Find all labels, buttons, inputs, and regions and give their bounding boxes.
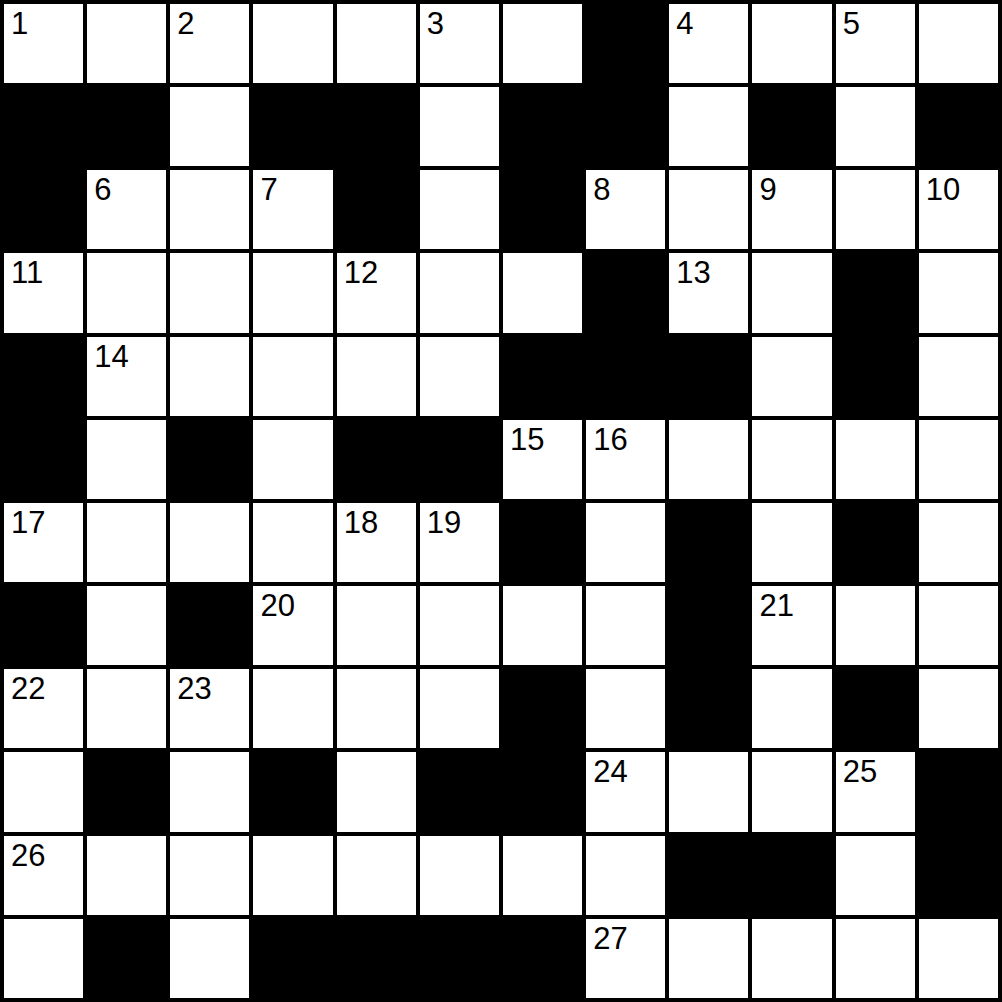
cell-r11c11[interactable] bbox=[917, 917, 1000, 1000]
black-cell-r4c8 bbox=[667, 335, 750, 418]
cell-r3c4[interactable]: 12 bbox=[335, 251, 418, 334]
black-cell-r1c11 bbox=[917, 85, 1000, 168]
cell-r4c5[interactable] bbox=[418, 335, 501, 418]
black-cell-r2c4 bbox=[335, 168, 418, 251]
cell-r6c7[interactable] bbox=[584, 501, 667, 584]
cell-r3c11[interactable] bbox=[917, 251, 1000, 334]
cell-r10c3[interactable] bbox=[251, 834, 334, 917]
black-cell-r9c5 bbox=[418, 750, 501, 833]
black-cell-r6c8 bbox=[667, 501, 750, 584]
cell-r0c3[interactable] bbox=[251, 2, 334, 85]
cell-r0c8[interactable]: 4 bbox=[667, 2, 750, 85]
black-cell-r5c4 bbox=[335, 418, 418, 501]
cell-r6c4[interactable]: 18 bbox=[335, 501, 418, 584]
black-cell-r1c0 bbox=[2, 85, 85, 168]
cell-r7c1[interactable] bbox=[85, 584, 168, 667]
cell-r5c10[interactable] bbox=[834, 418, 917, 501]
cell-r5c3[interactable] bbox=[251, 418, 334, 501]
black-cell-r7c2 bbox=[168, 584, 251, 667]
cell-r11c0[interactable] bbox=[2, 917, 85, 1000]
clue-number-2: 2 bbox=[177, 12, 194, 35]
black-cell-r9c11 bbox=[917, 750, 1000, 833]
black-cell-r10c9 bbox=[750, 834, 833, 917]
cell-r3c5[interactable] bbox=[418, 251, 501, 334]
black-cell-r11c1 bbox=[85, 917, 168, 1000]
clue-number-17: 17 bbox=[11, 511, 45, 534]
cell-r8c3[interactable] bbox=[251, 667, 334, 750]
clue-number-21: 21 bbox=[759, 594, 793, 617]
cell-r7c9[interactable]: 21 bbox=[750, 584, 833, 667]
black-cell-r2c6 bbox=[501, 168, 584, 251]
cell-r9c9[interactable] bbox=[750, 750, 833, 833]
clue-number-19: 19 bbox=[427, 511, 461, 534]
cell-r1c5[interactable] bbox=[418, 85, 501, 168]
cell-r2c3[interactable]: 7 bbox=[251, 168, 334, 251]
cell-r0c6[interactable] bbox=[501, 2, 584, 85]
cell-r6c1[interactable] bbox=[85, 501, 168, 584]
clue-number-20: 20 bbox=[260, 594, 294, 617]
cell-r2c10[interactable] bbox=[834, 168, 917, 251]
cell-r2c7[interactable]: 8 bbox=[584, 168, 667, 251]
cell-r2c5[interactable] bbox=[418, 168, 501, 251]
cell-r11c9[interactable] bbox=[750, 917, 833, 1000]
cell-r1c10[interactable] bbox=[834, 85, 917, 168]
black-cell-r10c11 bbox=[917, 834, 1000, 917]
black-cell-r3c10 bbox=[834, 251, 917, 334]
cell-r9c7[interactable]: 24 bbox=[584, 750, 667, 833]
cell-r5c8[interactable] bbox=[667, 418, 750, 501]
clue-number-22: 22 bbox=[11, 677, 45, 700]
clue-number-16: 16 bbox=[593, 428, 627, 451]
clue-number-11: 11 bbox=[11, 261, 43, 284]
cell-r10c5[interactable] bbox=[418, 834, 501, 917]
cell-r8c5[interactable] bbox=[418, 667, 501, 750]
black-cell-r4c0 bbox=[2, 335, 85, 418]
cell-r7c3[interactable]: 20 bbox=[251, 584, 334, 667]
cell-r7c5[interactable] bbox=[418, 584, 501, 667]
cell-r4c4[interactable] bbox=[335, 335, 418, 418]
cell-r3c9[interactable] bbox=[750, 251, 833, 334]
cell-r0c4[interactable] bbox=[335, 2, 418, 85]
cell-r9c8[interactable] bbox=[667, 750, 750, 833]
cell-r3c1[interactable] bbox=[85, 251, 168, 334]
cell-r3c3[interactable] bbox=[251, 251, 334, 334]
cell-r5c7[interactable]: 16 bbox=[584, 418, 667, 501]
black-cell-r1c1 bbox=[85, 85, 168, 168]
black-cell-r4c10 bbox=[834, 335, 917, 418]
clue-number-9: 9 bbox=[759, 178, 776, 201]
clue-number-12: 12 bbox=[344, 261, 378, 284]
cell-r5c11[interactable] bbox=[917, 418, 1000, 501]
cell-r4c1[interactable]: 14 bbox=[85, 335, 168, 418]
black-cell-r3c7 bbox=[584, 251, 667, 334]
cell-r7c11[interactable] bbox=[917, 584, 1000, 667]
black-cell-r7c8 bbox=[667, 584, 750, 667]
black-cell-r5c5 bbox=[418, 418, 501, 501]
clue-number-5: 5 bbox=[843, 12, 860, 35]
black-cell-r1c9 bbox=[750, 85, 833, 168]
cell-r4c9[interactable] bbox=[750, 335, 833, 418]
black-cell-r9c6 bbox=[501, 750, 584, 833]
clue-number-27: 27 bbox=[593, 927, 627, 950]
cell-r9c2[interactable] bbox=[168, 750, 251, 833]
cell-r0c0[interactable]: 1 bbox=[2, 2, 85, 85]
cell-r5c9[interactable] bbox=[750, 418, 833, 501]
cell-r6c9[interactable] bbox=[750, 501, 833, 584]
black-cell-r6c10 bbox=[834, 501, 917, 584]
black-cell-r1c3 bbox=[251, 85, 334, 168]
cell-r10c2[interactable] bbox=[168, 834, 251, 917]
cell-r9c4[interactable] bbox=[335, 750, 418, 833]
cell-r7c7[interactable] bbox=[584, 584, 667, 667]
black-cell-r11c5 bbox=[418, 917, 501, 1000]
cell-r9c0[interactable] bbox=[2, 750, 85, 833]
cell-r10c1[interactable] bbox=[85, 834, 168, 917]
cell-r2c9[interactable]: 9 bbox=[750, 168, 833, 251]
cell-r2c11[interactable]: 10 bbox=[917, 168, 1000, 251]
black-cell-r6c6 bbox=[501, 501, 584, 584]
cell-r0c11[interactable] bbox=[917, 2, 1000, 85]
cell-r8c2[interactable]: 23 bbox=[168, 667, 251, 750]
cell-r6c2[interactable] bbox=[168, 501, 251, 584]
cell-r8c1[interactable] bbox=[85, 667, 168, 750]
black-cell-r11c3 bbox=[251, 917, 334, 1000]
black-cell-r9c3 bbox=[251, 750, 334, 833]
clue-number-15: 15 bbox=[510, 428, 544, 451]
clue-number-23: 23 bbox=[177, 677, 211, 700]
cell-r7c4[interactable] bbox=[335, 584, 418, 667]
cell-r4c2[interactable] bbox=[168, 335, 251, 418]
clue-number-4: 4 bbox=[676, 12, 693, 35]
black-cell-r0c7 bbox=[584, 2, 667, 85]
clue-number-14: 14 bbox=[94, 345, 128, 368]
clue-number-1: 1 bbox=[11, 12, 28, 35]
cell-r2c8[interactable] bbox=[667, 168, 750, 251]
black-cell-r1c4 bbox=[335, 85, 418, 168]
cell-r11c8[interactable] bbox=[667, 917, 750, 1000]
clue-number-18: 18 bbox=[344, 511, 378, 534]
black-cell-r5c0 bbox=[2, 418, 85, 501]
cell-r8c11[interactable] bbox=[917, 667, 1000, 750]
clue-number-6: 6 bbox=[94, 178, 111, 201]
clue-number-24: 24 bbox=[593, 760, 627, 783]
clue-number-10: 10 bbox=[926, 178, 960, 201]
cell-r7c6[interactable] bbox=[501, 584, 584, 667]
cell-r10c4[interactable] bbox=[335, 834, 418, 917]
black-cell-r10c8 bbox=[667, 834, 750, 917]
clue-number-7: 7 bbox=[260, 178, 277, 201]
clue-number-26: 26 bbox=[11, 844, 45, 867]
cell-r10c6[interactable] bbox=[501, 834, 584, 917]
cell-r3c2[interactable] bbox=[168, 251, 251, 334]
clue-number-25: 25 bbox=[843, 760, 877, 783]
cell-r2c1[interactable]: 6 bbox=[85, 168, 168, 251]
cell-r8c4[interactable] bbox=[335, 667, 418, 750]
black-cell-r8c10 bbox=[834, 667, 917, 750]
black-cell-r4c7 bbox=[584, 335, 667, 418]
black-cell-r4c6 bbox=[501, 335, 584, 418]
cell-r8c7[interactable] bbox=[584, 667, 667, 750]
cell-r8c0[interactable]: 22 bbox=[2, 667, 85, 750]
cell-r10c7[interactable] bbox=[584, 834, 667, 917]
black-cell-r11c6 bbox=[501, 917, 584, 1000]
cell-r4c3[interactable] bbox=[251, 335, 334, 418]
black-cell-r5c2 bbox=[168, 418, 251, 501]
cell-r11c7[interactable]: 27 bbox=[584, 917, 667, 1000]
cell-r0c1[interactable] bbox=[85, 2, 168, 85]
cell-r6c5[interactable]: 19 bbox=[418, 501, 501, 584]
cell-r0c5[interactable]: 3 bbox=[418, 2, 501, 85]
cell-r1c2[interactable] bbox=[168, 85, 251, 168]
cell-r1c8[interactable] bbox=[667, 85, 750, 168]
cell-r0c10[interactable]: 5 bbox=[834, 2, 917, 85]
cell-r6c0[interactable]: 17 bbox=[2, 501, 85, 584]
cell-r0c2[interactable]: 2 bbox=[168, 2, 251, 85]
cell-r6c11[interactable] bbox=[917, 501, 1000, 584]
cell-r10c0[interactable]: 26 bbox=[2, 834, 85, 917]
cell-r2c2[interactable] bbox=[168, 168, 251, 251]
cell-r3c8[interactable]: 13 bbox=[667, 251, 750, 334]
crossword-grid: 1234567891011121314151617181920212223242… bbox=[0, 0, 1002, 1002]
cell-r8c9[interactable] bbox=[750, 667, 833, 750]
black-cell-r2c0 bbox=[2, 168, 85, 251]
cell-r6c3[interactable] bbox=[251, 501, 334, 584]
cell-r11c2[interactable] bbox=[168, 917, 251, 1000]
black-cell-r7c0 bbox=[2, 584, 85, 667]
black-cell-r9c1 bbox=[85, 750, 168, 833]
black-cell-r8c8 bbox=[667, 667, 750, 750]
cell-r10c10[interactable] bbox=[834, 834, 917, 917]
cell-r11c10[interactable] bbox=[834, 917, 917, 1000]
cell-r3c0[interactable]: 11 bbox=[2, 251, 85, 334]
cell-r5c6[interactable]: 15 bbox=[501, 418, 584, 501]
cell-r5c1[interactable] bbox=[85, 418, 168, 501]
black-cell-r1c7 bbox=[584, 85, 667, 168]
cell-r0c9[interactable] bbox=[750, 2, 833, 85]
clue-number-13: 13 bbox=[676, 261, 710, 284]
cell-r4c11[interactable] bbox=[917, 335, 1000, 418]
cell-r3c6[interactable] bbox=[501, 251, 584, 334]
cell-r7c10[interactable] bbox=[834, 584, 917, 667]
clue-number-3: 3 bbox=[427, 12, 444, 35]
cell-r9c10[interactable]: 25 bbox=[834, 750, 917, 833]
black-cell-r1c6 bbox=[501, 85, 584, 168]
clue-number-8: 8 bbox=[593, 178, 610, 201]
black-cell-r11c4 bbox=[335, 917, 418, 1000]
black-cell-r8c6 bbox=[501, 667, 584, 750]
